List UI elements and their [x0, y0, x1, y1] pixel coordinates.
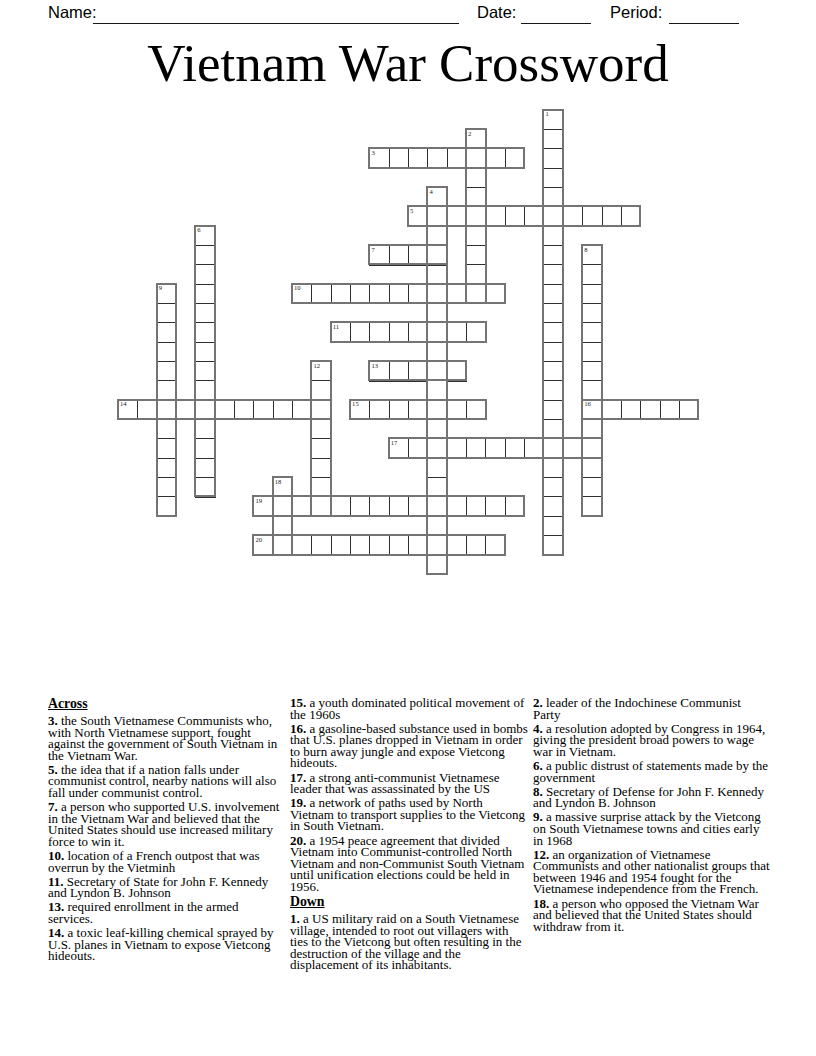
grid-cell[interactable]: [563, 206, 584, 227]
grid-cell[interactable]: [543, 226, 564, 247]
grid-cell[interactable]: [350, 400, 371, 421]
grid-cell[interactable]: [195, 361, 216, 382]
grid-cell[interactable]: [195, 284, 216, 305]
grid-cell[interactable]: [311, 419, 332, 440]
clue-text: a gasoline-based substance used in bombs…: [290, 721, 528, 771]
grid-cell[interactable]: [466, 400, 487, 421]
grid-cell[interactable]: [543, 110, 564, 131]
clue-item-across-13: 13. required enrollment in the armed ser…: [48, 901, 286, 924]
grid-cell[interactable]: [543, 438, 564, 459]
grid-cell[interactable]: [427, 187, 448, 208]
grid-cell[interactable]: [505, 206, 526, 227]
grid-cell[interactable]: [157, 438, 178, 459]
grid-cell[interactable]: [389, 245, 410, 266]
grid-cell[interactable]: [621, 206, 642, 227]
grid-cell[interactable]: [543, 458, 564, 479]
grid-cell[interactable]: [427, 400, 448, 421]
grid-cell[interactable]: [582, 284, 603, 305]
grid-cell[interactable]: [292, 535, 313, 556]
grid-cell[interactable]: [292, 496, 313, 517]
grid-cell[interactable]: [118, 400, 139, 421]
grid-cell[interactable]: [427, 516, 448, 537]
clue-item-across-19: 19. a network of paths used by North Vie…: [290, 797, 528, 832]
grid-cell[interactable]: [157, 458, 178, 479]
clue-item-across-5: 5. the idea that if a nation falls under…: [48, 764, 286, 799]
grid-cell[interactable]: [582, 438, 603, 459]
grid-cell[interactable]: [582, 496, 603, 517]
grid-cell[interactable]: [543, 380, 564, 401]
grid-cell[interactable]: [427, 342, 448, 363]
grid-cell[interactable]: [543, 206, 564, 227]
grid-cell[interactable]: [253, 535, 274, 556]
grid-cell[interactable]: [447, 322, 468, 343]
grid-cell[interactable]: [311, 438, 332, 459]
grid-cell[interactable]: [292, 400, 313, 421]
grid-cell[interactable]: [311, 361, 332, 382]
clue-text: a person who opposed the Vietnam War and…: [533, 896, 759, 934]
grid-cell[interactable]: [331, 496, 352, 517]
grid-cell[interactable]: [311, 535, 332, 556]
grid-cell[interactable]: [253, 496, 274, 517]
grid-cell[interactable]: [524, 206, 545, 227]
grid-cell[interactable]: [505, 496, 526, 517]
grid-cell[interactable]: [582, 400, 603, 421]
clue-item-down-9: 9. a massive surprise attack by the Viet…: [533, 811, 771, 846]
clue-item-across-15: 15. a youth dominated political movement…: [290, 697, 528, 720]
grid-cell[interactable]: [427, 458, 448, 479]
clue-text: a youth dominated political movement of …: [290, 695, 524, 722]
grid-cell[interactable]: [447, 148, 468, 169]
grid-cell[interactable]: [389, 361, 410, 382]
grid-cell[interactable]: [466, 535, 487, 556]
clue-text: an organization of Vietnamese Communists…: [533, 847, 770, 897]
grid-cell[interactable]: [427, 303, 448, 324]
grid-cell[interactable]: [485, 438, 506, 459]
grid-cell[interactable]: [369, 361, 390, 382]
grid-cell[interactable]: [408, 361, 429, 382]
grid-cell[interactable]: [157, 284, 178, 305]
grid-cell[interactable]: [157, 322, 178, 343]
grid-cell[interactable]: [582, 419, 603, 440]
clue-item-across-20: 20. a 1954 peace agreement that divided …: [290, 835, 528, 893]
clue-item-across-7: 7. a person who supported U.S. involveme…: [48, 801, 286, 847]
grid-cell[interactable]: [369, 322, 390, 343]
grid-cell[interactable]: [157, 496, 178, 517]
grid-cell[interactable]: [582, 458, 603, 479]
grid-cell[interactable]: [582, 322, 603, 343]
grid-cell[interactable]: [543, 264, 564, 285]
grid-cell[interactable]: [427, 148, 448, 169]
grid-cell[interactable]: [311, 477, 332, 498]
grid-cell[interactable]: [466, 206, 487, 227]
grid-cell[interactable]: [157, 303, 178, 324]
grid-cell[interactable]: [331, 535, 352, 556]
grid-cell[interactable]: [195, 303, 216, 324]
grid-cell[interactable]: [543, 516, 564, 537]
grid-cell[interactable]: [389, 535, 410, 556]
grid-cell[interactable]: [195, 419, 216, 440]
grid-cell[interactable]: [466, 496, 487, 517]
grid-cell[interactable]: [234, 400, 255, 421]
grid-cell[interactable]: [582, 303, 603, 324]
grid-cell[interactable]: [273, 496, 294, 517]
clue-text: a massive surprise attack by the Vietcon…: [533, 809, 761, 847]
grid-cell[interactable]: [157, 419, 178, 440]
grid-cell[interactable]: [543, 400, 564, 421]
grid-cell[interactable]: [466, 168, 487, 189]
clue-text: a resolution adopted by Congress in 1964…: [533, 721, 765, 759]
grid-cell[interactable]: [543, 187, 564, 208]
grid-cell[interactable]: [389, 400, 410, 421]
grid-cell[interactable]: [273, 477, 294, 498]
clue-text: location of a French outpost that was ov…: [48, 848, 260, 875]
grid-cell[interactable]: [485, 284, 506, 305]
grid-cell[interactable]: [447, 438, 468, 459]
grid-cell[interactable]: [427, 380, 448, 401]
grid-cell[interactable]: [369, 400, 390, 421]
grid-cell[interactable]: [427, 361, 448, 382]
worksheet-page: Name: Date: Period: Vietnam War Crosswor…: [0, 0, 816, 1056]
grid-cell[interactable]: [543, 419, 564, 440]
grid-cell[interactable]: [195, 458, 216, 479]
grid-cell[interactable]: [582, 361, 603, 382]
grid-cell[interactable]: [602, 206, 623, 227]
grid-cell[interactable]: [543, 245, 564, 266]
grid-cell[interactable]: [427, 535, 448, 556]
grid-cell[interactable]: [447, 284, 468, 305]
grid-cell[interactable]: [427, 554, 448, 575]
clue-item-down-2: 2. leader of the Indochinese Communist P…: [533, 697, 771, 720]
grid-cell[interactable]: [408, 206, 429, 227]
clue-item-across-11: 11. Secretary of State for John F. Kenne…: [48, 876, 286, 899]
grid-cell[interactable]: [273, 400, 294, 421]
grid-cell[interactable]: [427, 284, 448, 305]
grid-cell[interactable]: [427, 226, 448, 247]
grid-cell[interactable]: [157, 380, 178, 401]
clue-text: a US military raid on a South Vietnamese…: [290, 911, 522, 972]
grid-cell[interactable]: [311, 496, 332, 517]
grid-cell[interactable]: [466, 438, 487, 459]
grid-cell[interactable]: [195, 380, 216, 401]
grid-cell[interactable]: [157, 342, 178, 363]
grid-cell[interactable]: [215, 400, 236, 421]
grid-cell[interactable]: [427, 206, 448, 227]
grid-cell[interactable]: [408, 148, 429, 169]
grid-cell[interactable]: [485, 206, 506, 227]
grid-cell[interactable]: [137, 400, 158, 421]
grid-cell[interactable]: [447, 400, 468, 421]
grid-cell[interactable]: [679, 400, 700, 421]
grid-cell[interactable]: [408, 535, 429, 556]
grid-cell[interactable]: [505, 438, 526, 459]
grid-cell[interactable]: [640, 400, 661, 421]
grid-cell[interactable]: [157, 400, 178, 421]
clue-item-down-12: 12. an organization of Vietnamese Commun…: [533, 849, 771, 895]
clue-item-down-8: 8. Secretary of Defense for John F. Kenn…: [533, 786, 771, 809]
clue-item-across-14: 14. a toxic leaf-killing chemical spraye…: [48, 927, 286, 962]
grid-cell[interactable]: [311, 400, 332, 421]
grid-cell[interactable]: [350, 535, 371, 556]
grid-cell[interactable]: [369, 245, 390, 266]
grid-cell[interactable]: [582, 477, 603, 498]
clue-text: Secretary of Defense for John F. Kennedy…: [533, 784, 764, 811]
grid-cell[interactable]: [273, 516, 294, 537]
grid-cell[interactable]: [582, 342, 603, 363]
clue-text: a person who supported U.S. involvement …: [48, 799, 279, 849]
grid-cell[interactable]: [427, 438, 448, 459]
grid-cell[interactable]: [427, 496, 448, 517]
grid-cell[interactable]: [408, 496, 429, 517]
clue-text: a network of paths used by North Vietnam…: [290, 795, 525, 833]
clue-text: a 1954 peace agreement that divided Viet…: [290, 833, 524, 894]
grid-cell[interactable]: [331, 322, 352, 343]
grid-cell[interactable]: [157, 361, 178, 382]
grid-cell[interactable]: [563, 438, 584, 459]
grid-cell[interactable]: [389, 148, 410, 169]
grid-cell[interactable]: [582, 245, 603, 266]
grid-cell[interactable]: [543, 303, 564, 324]
grid-cell[interactable]: [195, 438, 216, 459]
grid-cell[interactable]: [195, 264, 216, 285]
grid-cell[interactable]: [543, 284, 564, 305]
grid-cell[interactable]: [524, 438, 545, 459]
grid-cell[interactable]: [195, 322, 216, 343]
grid-cell[interactable]: [447, 361, 468, 382]
clue-item-down-6: 6. a public distrust of statements made …: [533, 760, 771, 783]
grid-cell[interactable]: [543, 496, 564, 517]
grid-cell[interactable]: [350, 496, 371, 517]
grid-cell[interactable]: [408, 284, 429, 305]
grid-cell[interactable]: [427, 322, 448, 343]
clue-text: a public distrust of statements made by …: [533, 758, 768, 785]
clue-text: required enrollment in the armed service…: [48, 899, 239, 926]
across-heading: Across: [48, 697, 286, 711]
grid-cell[interactable]: [427, 419, 448, 440]
clue-text: a toxic leaf-killing chemical sprayed by…: [48, 925, 274, 963]
grid-cell[interactable]: [466, 187, 487, 208]
grid-cell[interactable]: [582, 206, 603, 227]
grid-cell[interactable]: [195, 400, 216, 421]
grid-cell[interactable]: [389, 284, 410, 305]
grid-cell[interactable]: [369, 535, 390, 556]
grid-cell[interactable]: [466, 245, 487, 266]
grid-cell[interactable]: [389, 438, 410, 459]
grid-cell[interactable]: [369, 496, 390, 517]
clue-item-across-17: 17. a strong anti-communist Vietnamese l…: [290, 772, 528, 795]
grid-cell[interactable]: [543, 361, 564, 382]
grid-cell[interactable]: [485, 535, 506, 556]
grid-cell[interactable]: [408, 322, 429, 343]
clues-column-2: 15. a youth dominated political movement…: [290, 697, 528, 973]
grid-cell[interactable]: [447, 206, 468, 227]
clue-item-across-16: 16. a gasoline-based substance used in b…: [290, 723, 528, 769]
grid-cell[interactable]: [582, 264, 603, 285]
crossword-grid: 3571011131415161719201246891218: [0, 0, 816, 700]
clue-text: leader of the Indochinese Communist Part…: [533, 695, 741, 722]
grid-cell[interactable]: [485, 148, 506, 169]
clue-text: the idea that if a nation falls under co…: [48, 762, 276, 800]
grid-cell[interactable]: [505, 148, 526, 169]
grid-cell[interactable]: [369, 148, 390, 169]
grid-cell[interactable]: [621, 400, 642, 421]
grid-cell[interactable]: [311, 380, 332, 401]
grid-cell[interactable]: [157, 477, 178, 498]
grid-cell[interactable]: [369, 284, 390, 305]
grid-cell[interactable]: [543, 342, 564, 363]
grid-cell[interactable]: [350, 322, 371, 343]
grid-cell[interactable]: [427, 477, 448, 498]
grid-cell[interactable]: [273, 535, 294, 556]
grid-cell[interactable]: [292, 284, 313, 305]
grid-cell[interactable]: [466, 284, 487, 305]
clue-item-down-4: 4. a resolution adopted by Congress in 1…: [533, 723, 771, 758]
grid-cell[interactable]: [195, 245, 216, 266]
grid-cell[interactable]: [195, 477, 216, 498]
grid-cell[interactable]: [331, 284, 352, 305]
grid-cell[interactable]: [427, 245, 448, 266]
clue-text: a strong anti-communist Vietnamese leade…: [290, 770, 499, 797]
clue-text: Secretary of State for John F. Kennedy a…: [48, 874, 268, 901]
grid-cell[interactable]: [195, 342, 216, 363]
grid-cell[interactable]: [466, 148, 487, 169]
grid-cell[interactable]: [485, 496, 506, 517]
grid-cell[interactable]: [543, 168, 564, 189]
grid-cell[interactable]: [408, 438, 429, 459]
grid-cell[interactable]: [311, 284, 332, 305]
clue-item-down-18: 18. a person who opposed the Vietnam War…: [533, 898, 771, 933]
grid-cell[interactable]: [466, 322, 487, 343]
grid-cell[interactable]: [660, 400, 681, 421]
grid-cell[interactable]: [408, 245, 429, 266]
grid-cell[interactable]: [253, 400, 274, 421]
grid-cell[interactable]: [350, 284, 371, 305]
grid-cell[interactable]: [466, 129, 487, 150]
grid-cell[interactable]: [543, 322, 564, 343]
grid-cell[interactable]: [543, 477, 564, 498]
grid-cell[interactable]: [466, 264, 487, 285]
down-heading: Down: [290, 895, 528, 909]
grid-cell[interactable]: [602, 400, 623, 421]
grid-cell[interactable]: [176, 400, 197, 421]
clues-column-3: 2. leader of the Indochinese Communist P…: [533, 697, 771, 935]
clue-text: the South Vietnamese Communists who, wit…: [48, 713, 277, 763]
grid-cell[interactable]: [447, 535, 468, 556]
grid-cell[interactable]: [466, 226, 487, 247]
clue-item-across-3: 3. the South Vietnamese Communists who, …: [48, 715, 286, 761]
clue-item-across-10: 10. location of a French outpost that wa…: [48, 850, 286, 873]
grid-cell[interactable]: [543, 129, 564, 150]
clue-item-down-1: 1. a US military raid on a South Vietnam…: [290, 913, 528, 971]
clues-column-1: Across 3. the South Vietnamese Communist…: [48, 697, 286, 964]
grid-cell[interactable]: [408, 400, 429, 421]
grid-cell[interactable]: [389, 496, 410, 517]
grid-cell[interactable]: [195, 226, 216, 247]
grid-cell[interactable]: [311, 458, 332, 479]
grid-cell[interactable]: [543, 535, 564, 556]
grid-cell[interactable]: [582, 380, 603, 401]
grid-cell[interactable]: [543, 148, 564, 169]
grid-cell[interactable]: [389, 322, 410, 343]
grid-cell[interactable]: [447, 496, 468, 517]
